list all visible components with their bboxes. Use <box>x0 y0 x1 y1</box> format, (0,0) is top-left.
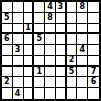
cell-r1c7[interactable] <box>67 2 78 13</box>
digit: 4 <box>47 3 53 11</box>
cell-r1c6[interactable]: 3 <box>56 2 67 13</box>
cell-r7c4[interactable]: 1 <box>34 67 45 78</box>
digit: 5 <box>36 35 42 43</box>
digit: 7 <box>91 68 97 76</box>
cell-r6c7[interactable]: 2 <box>67 56 78 67</box>
cell-r8c7[interactable] <box>67 77 78 88</box>
cell-r2c3[interactable] <box>24 13 35 24</box>
cell-r8c9[interactable]: 6 <box>88 77 99 88</box>
cell-r3c1[interactable] <box>2 24 13 35</box>
cell-r3c6[interactable] <box>56 24 67 35</box>
cell-r1c8[interactable]: 8 <box>77 2 88 13</box>
cell-r5c7[interactable] <box>67 45 78 56</box>
cell-r4c1[interactable]: 6 <box>2 34 13 45</box>
cell-r3c3[interactable]: 1 <box>24 24 35 35</box>
digit: 4 <box>15 90 21 98</box>
cell-r5c3[interactable] <box>24 45 35 56</box>
cell-r8c5[interactable] <box>45 77 56 88</box>
cell-r3c2[interactable] <box>13 24 24 35</box>
cell-r6c5[interactable] <box>45 56 56 67</box>
cell-r7c2[interactable] <box>13 67 24 78</box>
cell-r4c5[interactable] <box>45 34 56 45</box>
cell-r5c4[interactable] <box>34 45 45 56</box>
cell-r4c8[interactable] <box>77 34 88 45</box>
cell-r8c6[interactable] <box>56 77 67 88</box>
cell-r8c4[interactable] <box>34 77 45 88</box>
cell-r9c3[interactable] <box>24 88 35 99</box>
cell-r6c2[interactable] <box>13 56 24 67</box>
cell-r2c5[interactable]: 8 <box>45 13 56 24</box>
cell-r4c3[interactable] <box>24 34 35 45</box>
cell-r6c3[interactable] <box>24 56 35 67</box>
cell-r5c2[interactable]: 3 <box>13 45 24 56</box>
cell-r5c9[interactable] <box>88 45 99 56</box>
cell-r9c8[interactable] <box>77 88 88 99</box>
digit: 8 <box>47 14 53 22</box>
cell-r1c9[interactable] <box>88 2 99 13</box>
cell-r3c9[interactable] <box>88 24 99 35</box>
cell-r2c2[interactable] <box>13 13 24 24</box>
cell-r7c1[interactable] <box>2 67 13 78</box>
cell-r6c6[interactable] <box>56 56 67 67</box>
sudoku-board: 43858165342157264 <box>0 0 101 101</box>
cell-r7c7[interactable]: 5 <box>67 67 78 78</box>
cell-r4c7[interactable] <box>67 34 78 45</box>
digit: 6 <box>4 35 10 43</box>
cell-r2c8[interactable] <box>77 13 88 24</box>
cell-r7c6[interactable] <box>56 67 67 78</box>
cell-r7c9[interactable]: 7 <box>88 67 99 78</box>
cell-r9c2[interactable]: 4 <box>13 88 24 99</box>
cell-r8c3[interactable] <box>24 77 35 88</box>
cell-r9c9[interactable] <box>88 88 99 99</box>
digit: 3 <box>15 46 21 54</box>
cell-r7c3[interactable] <box>24 67 35 78</box>
cell-r4c6[interactable] <box>56 34 67 45</box>
cell-r9c1[interactable] <box>2 88 13 99</box>
cell-r3c7[interactable] <box>67 24 78 35</box>
cell-r6c9[interactable] <box>88 56 99 67</box>
cell-r6c1[interactable] <box>2 56 13 67</box>
cell-r9c4[interactable] <box>34 88 45 99</box>
cell-r2c9[interactable] <box>88 13 99 24</box>
digit: 5 <box>4 14 10 22</box>
cell-r2c1[interactable]: 5 <box>2 13 13 24</box>
cell-r9c5[interactable] <box>45 88 56 99</box>
cell-r6c8[interactable] <box>77 56 88 67</box>
cell-r5c6[interactable] <box>56 45 67 56</box>
cell-r2c7[interactable] <box>67 13 78 24</box>
digit: 2 <box>4 78 10 86</box>
digit: 2 <box>69 56 75 64</box>
cell-r2c4[interactable] <box>34 13 45 24</box>
cell-r1c2[interactable] <box>13 2 24 13</box>
cell-r5c1[interactable] <box>2 45 13 56</box>
cell-r9c7[interactable] <box>67 88 78 99</box>
digit: 1 <box>36 68 42 76</box>
cell-r9c6[interactable] <box>56 88 67 99</box>
cell-r5c8[interactable]: 4 <box>77 45 88 56</box>
cell-r8c2[interactable] <box>13 77 24 88</box>
cell-r8c1[interactable]: 2 <box>2 77 13 88</box>
cell-r4c2[interactable] <box>13 34 24 45</box>
digit: 6 <box>91 78 97 86</box>
cell-r1c4[interactable] <box>34 2 45 13</box>
cell-r5c5[interactable] <box>45 45 56 56</box>
digit: 5 <box>69 68 75 76</box>
cell-r1c5[interactable]: 4 <box>45 2 56 13</box>
cell-r4c4[interactable]: 5 <box>34 34 45 45</box>
cell-r2c6[interactable] <box>56 13 67 24</box>
cell-r4c9[interactable] <box>88 34 99 45</box>
cell-r3c4[interactable] <box>34 24 45 35</box>
cell-r7c5[interactable] <box>45 67 56 78</box>
cell-r1c1[interactable] <box>2 2 13 13</box>
cell-r8c8[interactable] <box>77 77 88 88</box>
cell-r3c5[interactable] <box>45 24 56 35</box>
cell-r1c3[interactable] <box>24 2 35 13</box>
cell-r3c8[interactable] <box>77 24 88 35</box>
digit: 1 <box>25 24 31 32</box>
cell-r6c4[interactable] <box>34 56 45 67</box>
digit: 4 <box>80 46 86 54</box>
digit: 8 <box>80 3 86 11</box>
cell-r7c8[interactable] <box>77 67 88 78</box>
digit: 3 <box>57 3 63 11</box>
